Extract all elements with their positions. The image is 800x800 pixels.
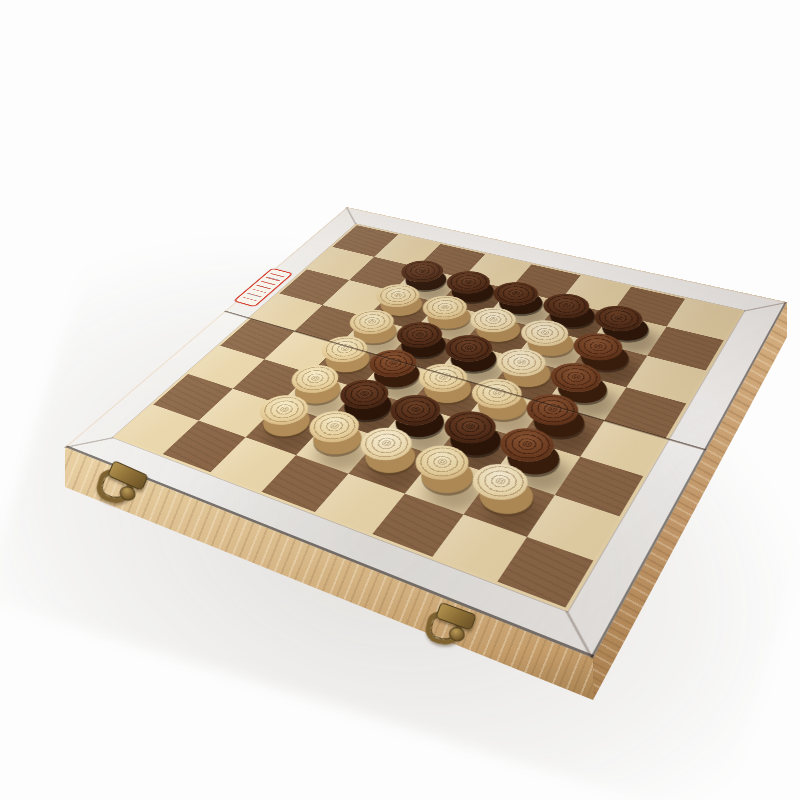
product-photo-scene: ⛂⛂⛂⛂⛂⛀⛀⛀⛀⛂⛀⛂⛂⛀⛂⛀⛂⛀⛀⛂⛀⛂⛂⛂⛂⛀⛀⛀⛀⛀ bbox=[0, 0, 800, 800]
border-miter bbox=[740, 302, 787, 312]
border-miter bbox=[346, 207, 357, 226]
